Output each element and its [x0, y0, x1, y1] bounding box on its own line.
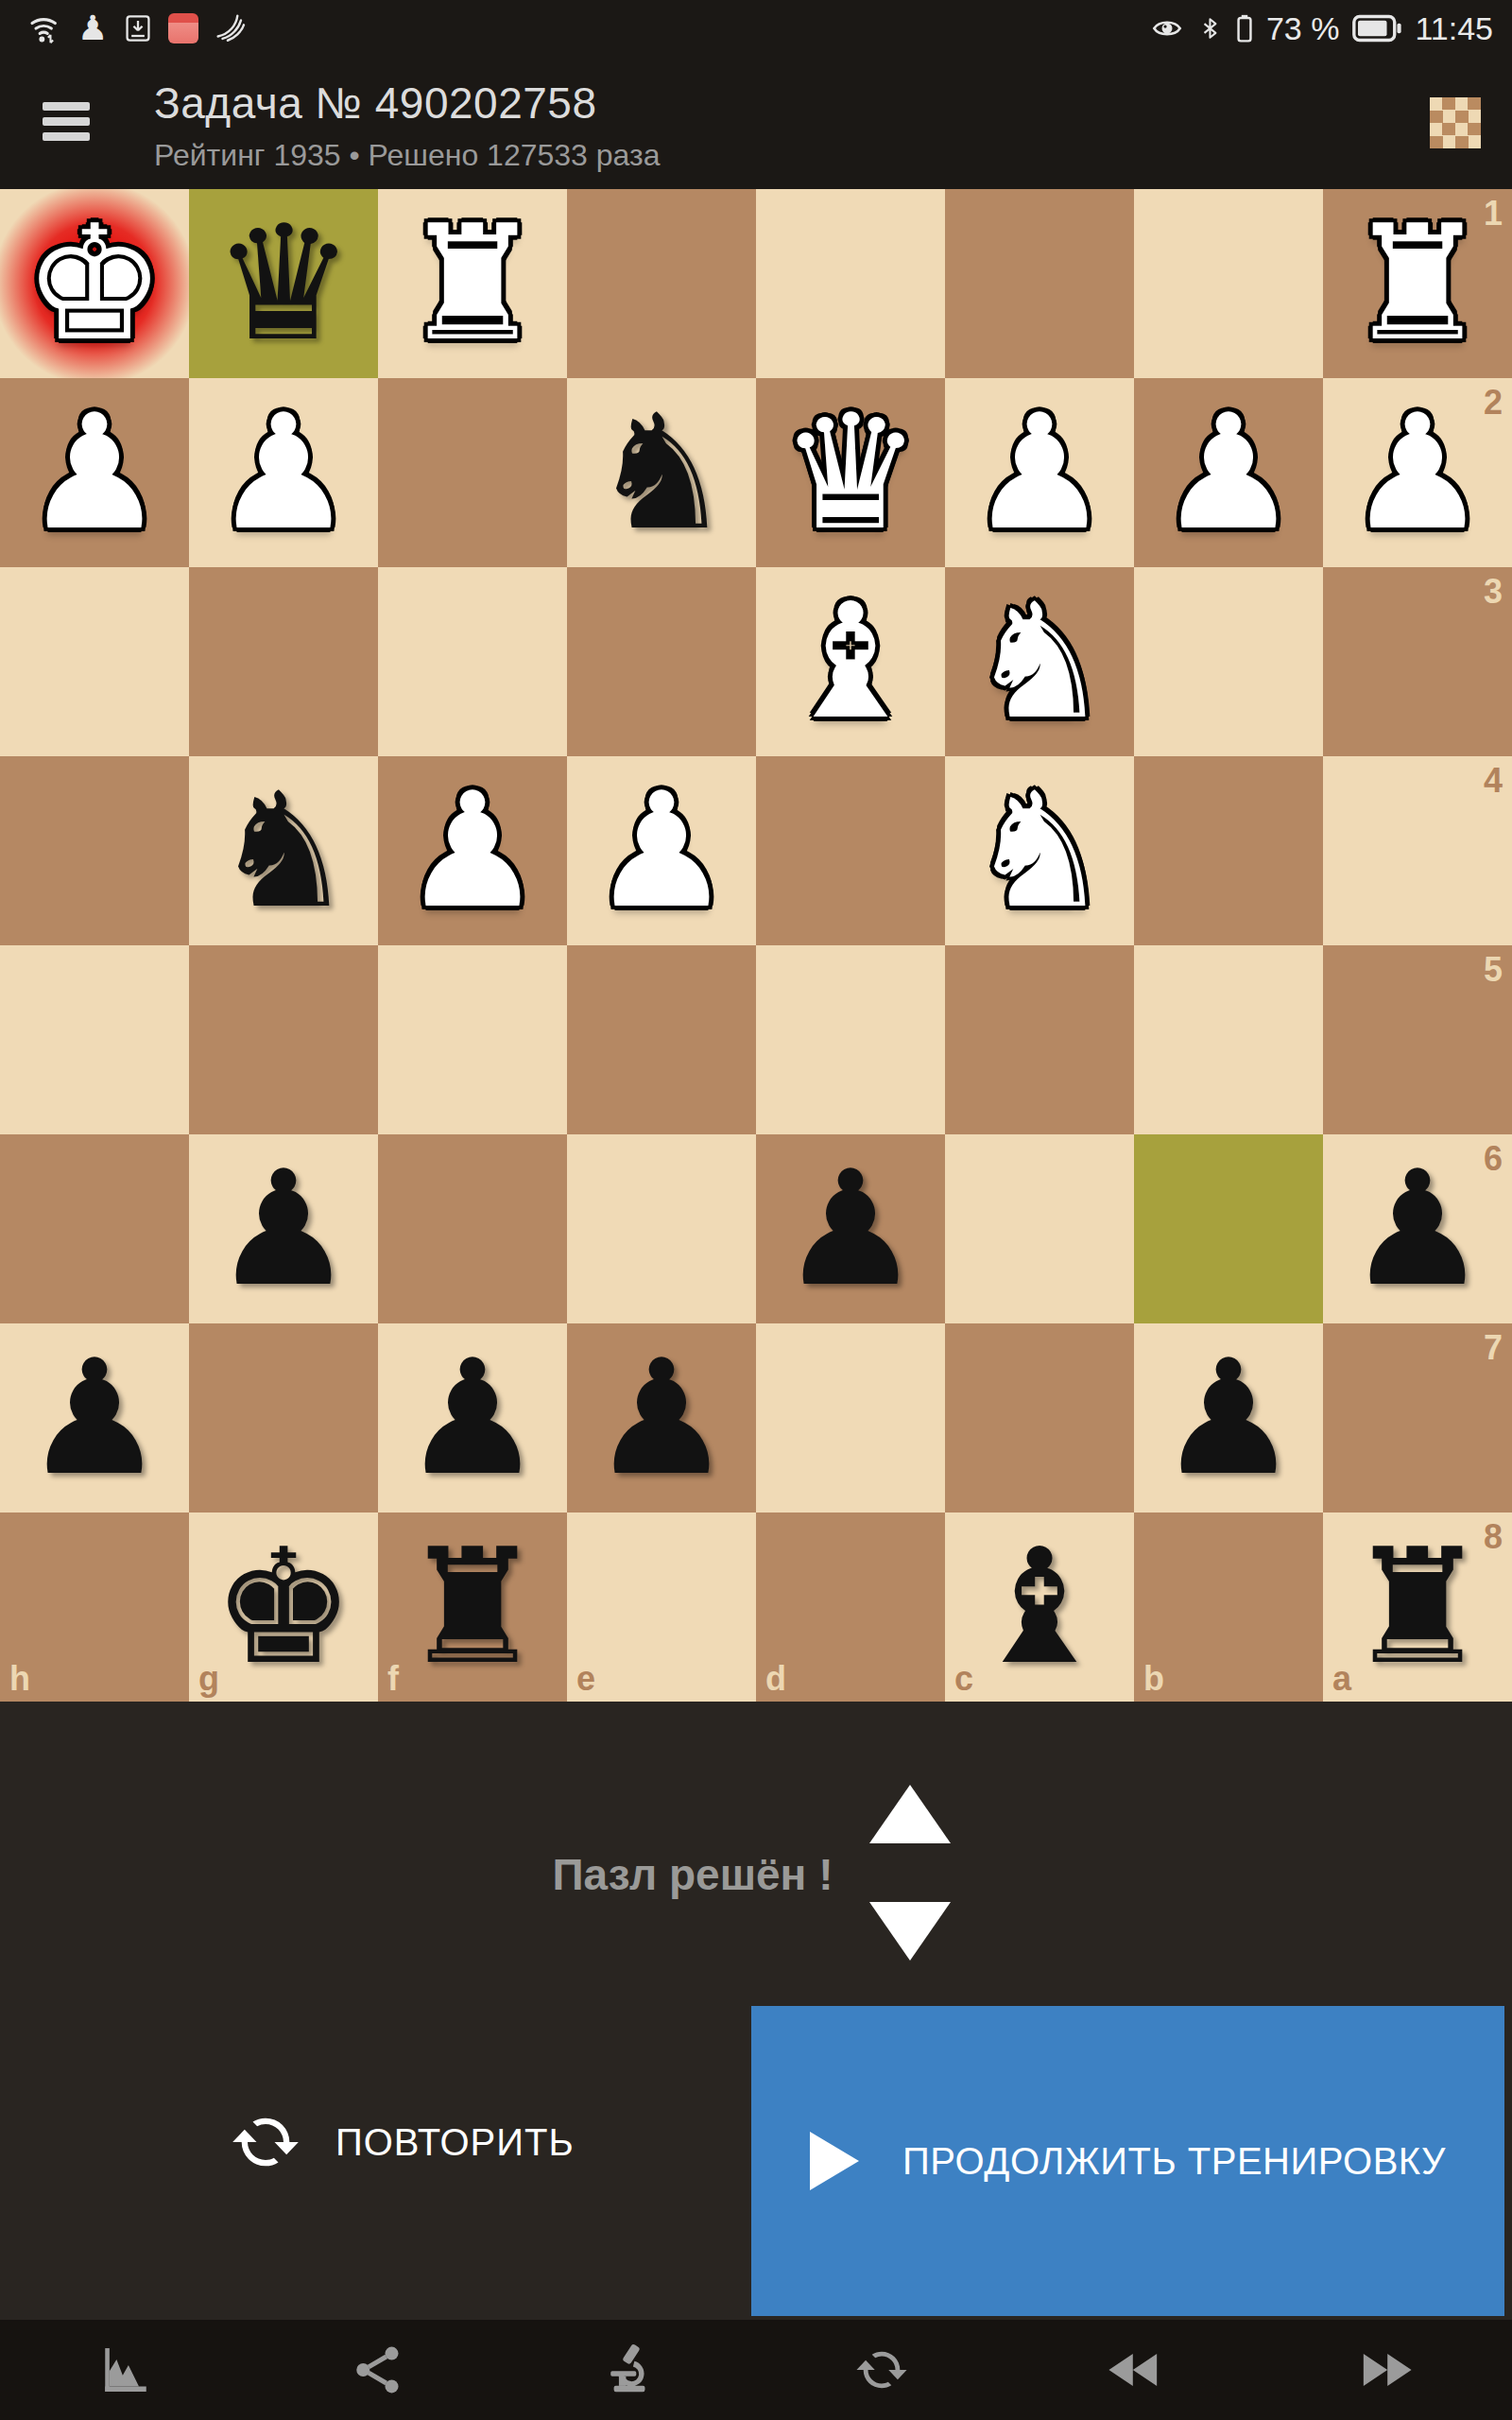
fast-forward-icon [1359, 2342, 1414, 2397]
file-label-a: a [1332, 1662, 1351, 1696]
white-king: ♚ [0, 189, 189, 378]
analysis-button[interactable] [504, 2320, 756, 2420]
rank-label-6: 6 [1484, 1142, 1503, 1176]
square-c4[interactable]: ♞ [945, 756, 1134, 945]
puzzle-stats: Рейтинг 1935 • Решено 127533 раза [154, 138, 660, 173]
square-b1[interactable] [1134, 189, 1323, 378]
square-a4[interactable]: 4 [1323, 756, 1512, 945]
square-d6[interactable]: ♟ [756, 1134, 945, 1323]
square-e8[interactable]: e [567, 1512, 756, 1702]
small-battery-icon [1236, 13, 1253, 43]
square-e1[interactable] [567, 189, 756, 378]
download-icon [123, 13, 153, 43]
rank-label-8: 8 [1484, 1520, 1503, 1554]
white-knight: ♞ [945, 756, 1134, 945]
square-c8[interactable]: ♝c [945, 1512, 1134, 1702]
square-d5[interactable] [756, 945, 945, 1134]
square-f2[interactable] [378, 378, 567, 567]
square-b4[interactable] [1134, 756, 1323, 945]
square-c6[interactable] [945, 1134, 1134, 1323]
share-icon [351, 2342, 405, 2397]
chevron-up-icon[interactable] [869, 1785, 951, 1843]
page-title: Задача № 490202758 [154, 78, 596, 129]
square-g1[interactable]: ♛ [189, 189, 378, 378]
white-pawn: ♟ [189, 378, 378, 567]
square-b2[interactable]: ♟ [1134, 378, 1323, 567]
fast-rewind-icon [1107, 2342, 1161, 2397]
square-e4[interactable]: ♟ [567, 756, 756, 945]
square-g8[interactable]: ♚g [189, 1512, 378, 1702]
square-d4[interactable] [756, 756, 945, 945]
square-b3[interactable] [1134, 567, 1323, 756]
square-b6[interactable] [1134, 1134, 1323, 1323]
square-c5[interactable] [945, 945, 1134, 1134]
black-knight: ♞ [567, 378, 756, 567]
app-bar: ♟ 73 % 11:45 [0, 0, 1512, 189]
white-pawn: ♟ [378, 756, 567, 945]
square-e5[interactable] [567, 945, 756, 1134]
square-c7[interactable] [945, 1323, 1134, 1512]
wifi-icon [28, 12, 62, 44]
square-h4[interactable] [0, 756, 189, 945]
red-app-icon [168, 13, 198, 43]
chess-pawn-icon: ♟ [77, 11, 108, 45]
square-h2[interactable]: ♟ [0, 378, 189, 567]
white-queen: ♛ [756, 378, 945, 567]
header: Задача № 490202758 Рейтинг 1935 • Решено… [0, 53, 1512, 189]
black-pawn: ♟ [1134, 1323, 1323, 1512]
file-label-f: f [387, 1662, 399, 1696]
share-button[interactable] [252, 2320, 505, 2420]
bluetooth-icon [1198, 12, 1223, 44]
bottom-toolbar [0, 2320, 1512, 2420]
play-icon [810, 2132, 859, 2190]
square-d2[interactable]: ♛ [756, 378, 945, 567]
rank-label-5: 5 [1484, 953, 1503, 987]
square-b7[interactable]: ♟ [1134, 1323, 1323, 1512]
file-label-h: h [9, 1662, 30, 1696]
white-pawn: ♟ [0, 378, 189, 567]
rank-label-7: 7 [1484, 1331, 1503, 1365]
square-a3[interactable]: 3 [1323, 567, 1512, 756]
rewind-button[interactable] [1008, 2320, 1261, 2420]
battery-percent: 73 % [1266, 10, 1340, 47]
eye-icon [1149, 13, 1185, 43]
square-c2[interactable]: ♟ [945, 378, 1134, 567]
clock-time: 11:45 [1415, 10, 1493, 47]
white-pawn: ♟ [1134, 378, 1323, 567]
black-pawn: ♟ [189, 1134, 378, 1323]
square-d7[interactable] [756, 1323, 945, 1512]
black-pawn: ♟ [567, 1323, 756, 1512]
chart-button[interactable] [0, 2320, 252, 2420]
square-f1[interactable]: ♜ [378, 189, 567, 378]
square-h6[interactable] [0, 1134, 189, 1323]
black-pawn: ♟ [0, 1323, 189, 1512]
chess-board: ♚♛♜♜1♟♟♞♛♟♟♟2♝♞3♞♟♟♞45♟♟♟6♟♟♟♟7h♚g♜fed♝c… [0, 189, 1512, 1702]
chevron-down-icon[interactable] [869, 1902, 951, 1961]
square-a1[interactable]: ♜1 [1323, 189, 1512, 378]
hamburger-menu-icon[interactable] [43, 102, 90, 141]
square-f8[interactable]: ♜f [378, 1512, 567, 1702]
repeat-button-label: ПОВТОРИТЬ [335, 2121, 575, 2164]
square-g3[interactable] [189, 567, 378, 756]
status-bar-left: ♟ [28, 11, 248, 45]
square-g2[interactable]: ♟ [189, 378, 378, 567]
rank-label-3: 3 [1484, 575, 1503, 609]
microscope-icon [603, 2342, 658, 2397]
repeat-icon [230, 2106, 301, 2178]
square-d8[interactable]: d [756, 1512, 945, 1702]
square-g7[interactable] [189, 1323, 378, 1512]
square-e3[interactable] [567, 567, 756, 756]
file-label-g: g [198, 1662, 219, 1696]
square-a2[interactable]: ♟2 [1323, 378, 1512, 567]
repeat-button[interactable]: ПОВТОРИТЬ [230, 2104, 575, 2180]
status-bar: ♟ 73 % 11:45 [0, 0, 1512, 53]
square-b8[interactable]: b [1134, 1512, 1323, 1702]
square-d3[interactable]: ♝ [756, 567, 945, 756]
status-bar-right: 73 % 11:45 [1149, 10, 1493, 47]
square-e2[interactable]: ♞ [567, 378, 756, 567]
square-a5[interactable]: 5 [1323, 945, 1512, 1134]
continue-button-label: ПРОДОЛЖИТЬ ТРЕНИРОВКУ [902, 2140, 1446, 2183]
rank-label-1: 1 [1484, 197, 1503, 231]
file-label-b: b [1143, 1662, 1164, 1696]
swoosh-icon [214, 12, 248, 44]
black-knight: ♞ [189, 756, 378, 945]
square-f6[interactable] [378, 1134, 567, 1323]
square-g6[interactable]: ♟ [189, 1134, 378, 1323]
square-a7[interactable]: 7 [1323, 1323, 1512, 1512]
square-f3[interactable] [378, 567, 567, 756]
white-bishop: ♝ [756, 567, 945, 756]
square-c3[interactable]: ♞ [945, 567, 1134, 756]
square-h1[interactable]: ♚ [0, 189, 189, 378]
square-d1[interactable] [756, 189, 945, 378]
square-g4[interactable]: ♞ [189, 756, 378, 945]
black-pawn: ♟ [378, 1323, 567, 1512]
square-h5[interactable] [0, 945, 189, 1134]
file-label-d: d [765, 1662, 786, 1696]
square-e6[interactable] [567, 1134, 756, 1323]
black-rook: ♜ [378, 1512, 567, 1702]
white-pawn: ♟ [945, 378, 1134, 567]
square-a8[interactable]: ♜8a [1323, 1512, 1512, 1702]
square-f7[interactable]: ♟ [378, 1323, 567, 1512]
file-label-c: c [954, 1662, 973, 1696]
square-a6[interactable]: ♟6 [1323, 1134, 1512, 1323]
puzzle-status-text: Пазл решён ! [553, 1849, 833, 1900]
square-f5[interactable] [378, 945, 567, 1134]
white-rook: ♜ [378, 189, 567, 378]
square-f4[interactable]: ♟ [378, 756, 567, 945]
square-g5[interactable] [189, 945, 378, 1134]
rank-label-2: 2 [1484, 386, 1503, 420]
square-c1[interactable] [945, 189, 1134, 378]
mini-chessboard-icon[interactable] [1430, 97, 1481, 148]
chart-icon [98, 2342, 153, 2397]
rank-label-4: 4 [1484, 764, 1503, 798]
square-e7[interactable]: ♟ [567, 1323, 756, 1512]
continue-training-button[interactable]: ПРОДОЛЖИТЬ ТРЕНИРОВКУ [751, 2006, 1504, 2316]
square-h3[interactable] [0, 567, 189, 756]
forward-button[interactable] [1260, 2320, 1512, 2420]
black-pawn: ♟ [756, 1134, 945, 1323]
white-knight: ♞ [945, 567, 1134, 756]
refresh-icon [854, 2342, 909, 2397]
square-h8[interactable]: h [0, 1512, 189, 1702]
black-queen: ♛ [189, 189, 378, 378]
square-b5[interactable] [1134, 945, 1323, 1134]
white-pawn: ♟ [567, 756, 756, 945]
square-h7[interactable]: ♟ [0, 1323, 189, 1512]
refresh-button[interactable] [756, 2320, 1008, 2420]
battery-icon [1352, 14, 1401, 43]
file-label-e: e [576, 1662, 595, 1696]
